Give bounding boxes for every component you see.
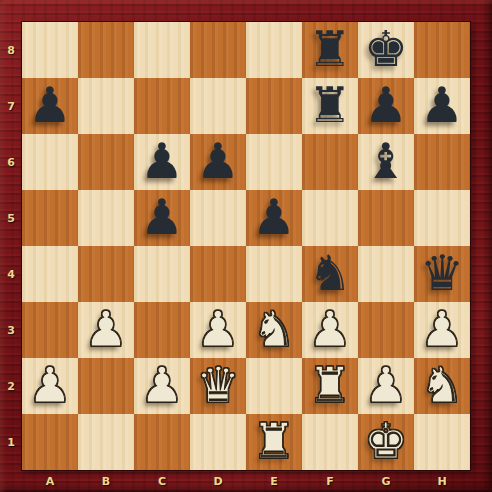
piece-black-rook[interactable]: ♜: [308, 78, 352, 134]
square-h8[interactable]: [414, 22, 470, 78]
piece-white-pawn[interactable]: ♟: [308, 302, 352, 358]
rank-labels: 87654321: [0, 22, 22, 470]
file-label-d: D: [190, 470, 246, 492]
square-c2[interactable]: ♟: [134, 358, 190, 414]
square-a7[interactable]: ♟: [22, 78, 78, 134]
square-a4[interactable]: [22, 246, 78, 302]
piece-white-queen[interactable]: ♛: [196, 358, 240, 414]
square-c5[interactable]: ♟: [134, 190, 190, 246]
rank-label-5: 5: [0, 190, 22, 246]
square-a3[interactable]: [22, 302, 78, 358]
square-g1[interactable]: ♚: [358, 414, 414, 470]
piece-black-bishop[interactable]: ♝: [364, 134, 408, 190]
square-c1[interactable]: [134, 414, 190, 470]
square-g6[interactable]: ♝: [358, 134, 414, 190]
file-label-c: C: [134, 470, 190, 492]
piece-white-pawn[interactable]: ♟: [84, 302, 128, 358]
square-e3[interactable]: ♞: [246, 302, 302, 358]
square-h3[interactable]: ♟: [414, 302, 470, 358]
square-e6[interactable]: [246, 134, 302, 190]
board-frame: 87654321 ♜♚♟♜♟♟♟♟♝♟♟♞♛♟♟♞♟♟♟♟♛♜♟♞♜♚ ABCD…: [0, 0, 492, 492]
piece-white-pawn[interactable]: ♟: [28, 358, 72, 414]
square-g3[interactable]: [358, 302, 414, 358]
piece-white-rook[interactable]: ♜: [308, 358, 352, 414]
piece-white-knight[interactable]: ♞: [252, 302, 296, 358]
square-d7[interactable]: [190, 78, 246, 134]
square-a1[interactable]: [22, 414, 78, 470]
square-b1[interactable]: [78, 414, 134, 470]
square-b5[interactable]: [78, 190, 134, 246]
square-f8[interactable]: ♜: [302, 22, 358, 78]
file-label-g: G: [358, 470, 414, 492]
square-b8[interactable]: [78, 22, 134, 78]
square-a2[interactable]: ♟: [22, 358, 78, 414]
square-e8[interactable]: [246, 22, 302, 78]
piece-black-queen[interactable]: ♛: [420, 246, 464, 302]
piece-white-king[interactable]: ♚: [364, 414, 408, 470]
square-c3[interactable]: [134, 302, 190, 358]
rank-label-7: 7: [0, 78, 22, 134]
square-e4[interactable]: [246, 246, 302, 302]
square-f3[interactable]: ♟: [302, 302, 358, 358]
file-label-a: A: [22, 470, 78, 492]
square-b4[interactable]: [78, 246, 134, 302]
rank-label-3: 3: [0, 302, 22, 358]
square-g7[interactable]: ♟: [358, 78, 414, 134]
square-a5[interactable]: [22, 190, 78, 246]
square-g4[interactable]: [358, 246, 414, 302]
piece-black-pawn[interactable]: ♟: [420, 78, 464, 134]
file-label-b: B: [78, 470, 134, 492]
square-g5[interactable]: [358, 190, 414, 246]
rank-label-8: 8: [0, 22, 22, 78]
rank-label-2: 2: [0, 358, 22, 414]
piece-black-pawn[interactable]: ♟: [364, 78, 408, 134]
square-d6[interactable]: ♟: [190, 134, 246, 190]
rank-label-4: 4: [0, 246, 22, 302]
piece-white-pawn[interactable]: ♟: [140, 358, 184, 414]
file-label-f: F: [302, 470, 358, 492]
piece-black-pawn[interactable]: ♟: [140, 190, 184, 246]
square-a6[interactable]: [22, 134, 78, 190]
square-f2[interactable]: ♜: [302, 358, 358, 414]
square-h2[interactable]: ♞: [414, 358, 470, 414]
piece-black-pawn[interactable]: ♟: [28, 78, 72, 134]
chess-board: ♜♚♟♜♟♟♟♟♝♟♟♞♛♟♟♞♟♟♟♟♛♜♟♞♜♚: [22, 22, 470, 470]
square-g8[interactable]: ♚: [358, 22, 414, 78]
square-b2[interactable]: [78, 358, 134, 414]
square-b3[interactable]: ♟: [78, 302, 134, 358]
file-label-e: E: [246, 470, 302, 492]
square-b7[interactable]: [78, 78, 134, 134]
square-e1[interactable]: ♜: [246, 414, 302, 470]
square-b6[interactable]: [78, 134, 134, 190]
square-c4[interactable]: [134, 246, 190, 302]
file-label-h: H: [414, 470, 470, 492]
square-c6[interactable]: ♟: [134, 134, 190, 190]
piece-white-pawn[interactable]: ♟: [364, 358, 408, 414]
square-f4[interactable]: ♞: [302, 246, 358, 302]
square-h5[interactable]: [414, 190, 470, 246]
square-c7[interactable]: [134, 78, 190, 134]
square-d5[interactable]: [190, 190, 246, 246]
square-g2[interactable]: ♟: [358, 358, 414, 414]
piece-black-knight[interactable]: ♞: [308, 246, 352, 302]
square-e2[interactable]: [246, 358, 302, 414]
file-labels: ABCDEFGH: [22, 470, 470, 492]
piece-black-pawn[interactable]: ♟: [196, 134, 240, 190]
square-d4[interactable]: [190, 246, 246, 302]
square-h1[interactable]: [414, 414, 470, 470]
piece-black-king[interactable]: ♚: [364, 22, 408, 78]
piece-black-rook[interactable]: ♜: [308, 22, 352, 78]
piece-white-knight[interactable]: ♞: [420, 358, 464, 414]
square-e5[interactable]: ♟: [246, 190, 302, 246]
piece-white-pawn[interactable]: ♟: [196, 302, 240, 358]
square-e7[interactable]: [246, 78, 302, 134]
square-h4[interactable]: ♛: [414, 246, 470, 302]
square-d8[interactable]: [190, 22, 246, 78]
square-f1[interactable]: [302, 414, 358, 470]
piece-white-pawn[interactable]: ♟: [420, 302, 464, 358]
piece-black-pawn[interactable]: ♟: [140, 134, 184, 190]
square-a8[interactable]: [22, 22, 78, 78]
square-d3[interactable]: ♟: [190, 302, 246, 358]
square-c8[interactable]: [134, 22, 190, 78]
square-d2[interactable]: ♛: [190, 358, 246, 414]
piece-black-pawn[interactable]: ♟: [252, 190, 296, 246]
square-h7[interactable]: ♟: [414, 78, 470, 134]
piece-white-rook[interactable]: ♜: [252, 414, 296, 470]
square-h6[interactable]: [414, 134, 470, 190]
rank-label-6: 6: [0, 134, 22, 190]
square-f5[interactable]: [302, 190, 358, 246]
square-d1[interactable]: [190, 414, 246, 470]
rank-label-1: 1: [0, 414, 22, 470]
square-f6[interactable]: [302, 134, 358, 190]
square-f7[interactable]: ♜: [302, 78, 358, 134]
